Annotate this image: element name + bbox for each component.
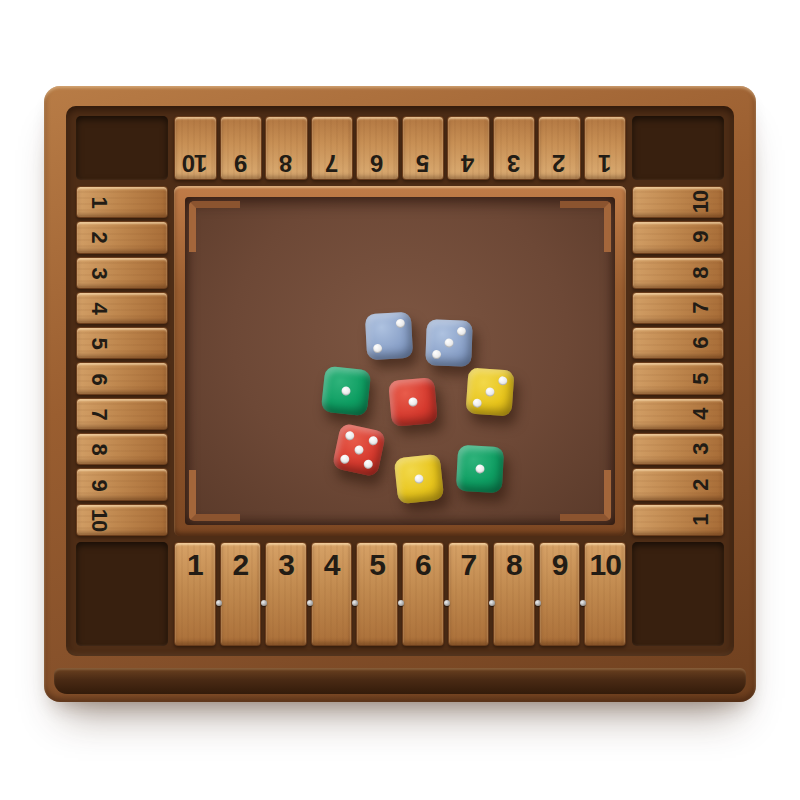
tile-top-10[interactable]: 10 — [174, 116, 217, 180]
tile-bottom-8[interactable]: 8 — [493, 542, 535, 646]
tile-number: 3 — [88, 267, 110, 278]
die-pip — [345, 430, 356, 441]
product-photo-stage: 10987654321 12345678910 10987654321 1234… — [0, 0, 800, 800]
tile-number: 6 — [690, 338, 712, 349]
tile-right-2[interactable]: 2 — [632, 468, 724, 500]
tile-number: 10 — [183, 151, 208, 175]
tile-number: 7 — [326, 151, 338, 175]
die-yellow-3[interactable] — [466, 368, 515, 417]
die-pip — [475, 465, 484, 474]
die-pip — [485, 387, 495, 397]
tile-left-10[interactable]: 10 — [76, 504, 168, 536]
die-red-1[interactable] — [388, 377, 438, 427]
tile-number: 8 — [88, 444, 110, 455]
tile-number: 8 — [690, 267, 712, 278]
tile-number: 2 — [553, 151, 565, 175]
tile-bottom-1[interactable]: 1 — [174, 542, 216, 646]
tile-bottom-2[interactable]: 2 — [220, 542, 262, 646]
die-pip — [341, 386, 351, 396]
tile-number: 2 — [690, 479, 712, 490]
tile-top-6[interactable]: 6 — [356, 116, 399, 180]
tile-number: 8 — [506, 550, 522, 580]
tile-left-3[interactable]: 3 — [76, 257, 168, 289]
die-green-1[interactable] — [455, 445, 503, 493]
tile-number: 5 — [690, 373, 712, 384]
tile-left-9[interactable]: 9 — [76, 468, 168, 500]
tile-bottom-10[interactable]: 10 — [584, 542, 626, 646]
die-pip — [396, 319, 405, 328]
tile-number: 1 — [690, 514, 712, 525]
tile-top-4[interactable]: 4 — [447, 116, 490, 180]
corner-bracket-bottom-left — [189, 470, 240, 521]
tile-number: 2 — [233, 550, 249, 580]
tile-right-9[interactable]: 9 — [632, 221, 724, 253]
felt-frame — [174, 186, 626, 536]
tile-left-4[interactable]: 4 — [76, 292, 168, 324]
tile-number: 9 — [235, 151, 247, 175]
tile-right-1[interactable]: 1 — [632, 504, 724, 536]
tile-number: 5 — [417, 151, 429, 175]
corner-pocket-bottom-left — [76, 542, 168, 646]
corner-pocket-top-left — [76, 116, 168, 180]
tile-column-right: 10987654321 — [632, 186, 724, 536]
die-pip — [498, 376, 508, 386]
dice-tray-felt — [185, 197, 615, 525]
tile-number: 7 — [690, 302, 712, 313]
tile-number: 4 — [690, 408, 712, 419]
shut-the-box-board: 10987654321 12345678910 10987654321 1234… — [44, 86, 756, 702]
tile-left-7[interactable]: 7 — [76, 398, 168, 430]
tile-right-5[interactable]: 5 — [632, 362, 724, 394]
tile-top-3[interactable]: 3 — [493, 116, 536, 180]
tile-number: 3 — [508, 151, 520, 175]
board-tray: 10987654321 12345678910 10987654321 1234… — [66, 106, 734, 656]
tile-row-top: 10987654321 — [174, 116, 626, 180]
corner-bracket-bottom-right — [560, 470, 611, 521]
die-green-1[interactable] — [321, 365, 372, 416]
tile-top-1[interactable]: 1 — [584, 116, 627, 180]
die-pip — [445, 338, 454, 347]
die-pip — [340, 453, 351, 464]
die-pip — [373, 344, 382, 353]
tile-number: 9 — [552, 550, 568, 580]
tile-bottom-3[interactable]: 3 — [265, 542, 307, 646]
tile-bottom-4[interactable]: 4 — [311, 542, 353, 646]
tile-number: 6 — [415, 550, 431, 580]
tile-right-8[interactable]: 8 — [632, 257, 724, 289]
die-blue-3[interactable] — [426, 319, 474, 367]
die-pip — [457, 327, 466, 336]
die-pip — [363, 458, 374, 469]
tile-right-6[interactable]: 6 — [632, 327, 724, 359]
die-yellow-1[interactable] — [394, 454, 445, 505]
tile-number: 6 — [88, 373, 110, 384]
die-pip — [473, 398, 483, 408]
tile-number: 8 — [280, 151, 292, 175]
tile-number: 9 — [88, 479, 110, 490]
tile-bottom-9[interactable]: 9 — [539, 542, 581, 646]
tile-top-9[interactable]: 9 — [220, 116, 263, 180]
tile-number: 10 — [88, 509, 110, 531]
tile-number: 10 — [690, 191, 712, 213]
tile-number: 4 — [88, 302, 110, 313]
corner-pocket-top-right — [632, 116, 724, 180]
tile-right-3[interactable]: 3 — [632, 433, 724, 465]
tile-number: 4 — [324, 550, 340, 580]
tile-number: 1 — [187, 550, 203, 580]
tile-left-1[interactable]: 1 — [76, 186, 168, 218]
die-pip — [368, 435, 379, 446]
tile-number: 3 — [278, 550, 294, 580]
tile-number: 10 — [589, 550, 620, 580]
tile-right-7[interactable]: 7 — [632, 292, 724, 324]
tile-number: 6 — [371, 151, 383, 175]
tile-number: 2 — [88, 232, 110, 243]
tile-left-2[interactable]: 2 — [76, 221, 168, 253]
tile-column-left: 12345678910 — [76, 186, 168, 536]
tile-left-8[interactable]: 8 — [76, 433, 168, 465]
tile-bottom-5[interactable]: 5 — [356, 542, 398, 646]
corner-pocket-bottom-right — [632, 542, 724, 646]
corner-bracket-top-right — [560, 201, 611, 252]
tile-number: 9 — [690, 232, 712, 243]
die-pip — [408, 397, 418, 407]
tile-top-8[interactable]: 8 — [265, 116, 308, 180]
tile-left-5[interactable]: 5 — [76, 327, 168, 359]
die-pip — [432, 350, 441, 359]
tile-top-5[interactable]: 5 — [402, 116, 445, 180]
tile-right-10[interactable]: 10 — [632, 186, 724, 218]
die-pip — [354, 444, 365, 455]
tile-number: 3 — [690, 444, 712, 455]
tile-left-6[interactable]: 6 — [76, 362, 168, 394]
tile-number: 5 — [88, 338, 110, 349]
corner-bracket-top-left — [189, 201, 240, 252]
tile-number: 5 — [369, 550, 385, 580]
tile-bottom-7[interactable]: 7 — [448, 542, 490, 646]
tile-number: 4 — [462, 151, 474, 175]
tile-right-4[interactable]: 4 — [632, 398, 724, 430]
die-blue-2[interactable] — [365, 312, 413, 360]
tile-number: 7 — [88, 408, 110, 419]
die-pip — [414, 474, 424, 484]
die-red-5[interactable] — [332, 422, 387, 477]
tile-row-bottom: 12345678910 — [174, 542, 626, 646]
tile-number: 7 — [461, 550, 477, 580]
tile-top-7[interactable]: 7 — [311, 116, 354, 180]
tile-top-2[interactable]: 2 — [538, 116, 581, 180]
tile-number: 1 — [599, 151, 611, 175]
tile-bottom-6[interactable]: 6 — [402, 542, 444, 646]
board-front-edge — [54, 668, 746, 694]
tile-number: 1 — [88, 197, 110, 208]
